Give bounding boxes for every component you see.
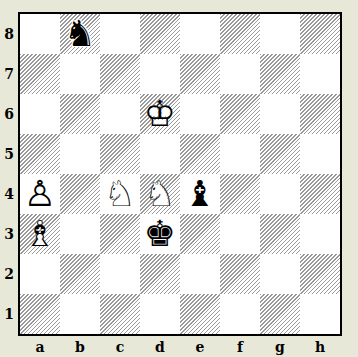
square-d1[interactable] (140, 294, 180, 334)
square-g8[interactable] (260, 14, 300, 54)
file-label-e: e (180, 337, 220, 357)
file-label-f: f (220, 337, 260, 357)
piece-white-king[interactable]: ♚♔ (140, 94, 180, 134)
file-label-b: b (60, 337, 100, 357)
square-a8[interactable] (20, 14, 60, 54)
piece-white-bishop[interactable]: ♝♗ (20, 214, 60, 254)
rank-label-1: 1 (0, 294, 18, 334)
square-a2[interactable] (20, 254, 60, 294)
rank-label-7: 7 (0, 54, 18, 94)
square-d7[interactable] (140, 54, 180, 94)
piece-glyph: ♘ (140, 174, 180, 214)
square-f7[interactable] (220, 54, 260, 94)
rank-label-3: 3 (0, 214, 18, 254)
square-e5[interactable] (180, 134, 220, 174)
square-a5[interactable] (20, 134, 60, 174)
piece-white-pawn[interactable]: ♟♙ (20, 174, 60, 214)
square-a3[interactable]: ♝♗ (20, 214, 60, 254)
chess-board: ♞♚♔♟♙♞♘♞♘♝♝♗♚ (18, 12, 342, 336)
square-c5[interactable] (100, 134, 140, 174)
square-f6[interactable] (220, 94, 260, 134)
square-d3[interactable]: ♚ (140, 214, 180, 254)
square-a4[interactable]: ♟♙ (20, 174, 60, 214)
square-b1[interactable] (60, 294, 100, 334)
piece-white-knight[interactable]: ♞♘ (140, 174, 180, 214)
square-a6[interactable] (20, 94, 60, 134)
square-g7[interactable] (260, 54, 300, 94)
square-g2[interactable] (260, 254, 300, 294)
piece-glyph: ♞ (60, 14, 100, 54)
square-c7[interactable] (100, 54, 140, 94)
square-b5[interactable] (60, 134, 100, 174)
square-c6[interactable] (100, 94, 140, 134)
square-h4[interactable] (300, 174, 340, 214)
piece-glyph: ♝ (180, 174, 220, 214)
rank-label-2: 2 (0, 254, 18, 294)
square-h6[interactable] (300, 94, 340, 134)
square-g6[interactable] (260, 94, 300, 134)
square-b8[interactable]: ♞ (60, 14, 100, 54)
square-h1[interactable] (300, 294, 340, 334)
square-b7[interactable] (60, 54, 100, 94)
file-labels: abcdefgh (20, 337, 340, 357)
piece-glyph: ♔ (140, 94, 180, 134)
square-c2[interactable] (100, 254, 140, 294)
square-e3[interactable] (180, 214, 220, 254)
square-e4[interactable]: ♝ (180, 174, 220, 214)
square-c3[interactable] (100, 214, 140, 254)
square-f1[interactable] (220, 294, 260, 334)
rank-label-5: 5 (0, 134, 18, 174)
piece-glyph: ♚ (140, 214, 180, 254)
rank-label-8: 8 (0, 14, 18, 54)
square-e8[interactable] (180, 14, 220, 54)
square-h7[interactable] (300, 54, 340, 94)
piece-white-knight[interactable]: ♞♘ (100, 174, 140, 214)
rank-label-4: 4 (0, 174, 18, 214)
square-a7[interactable] (20, 54, 60, 94)
square-d5[interactable] (140, 134, 180, 174)
piece-black-bishop[interactable]: ♝ (180, 174, 220, 214)
file-label-c: c (100, 337, 140, 357)
rank-label-6: 6 (0, 94, 18, 134)
square-h3[interactable] (300, 214, 340, 254)
square-d8[interactable] (140, 14, 180, 54)
square-f3[interactable] (220, 214, 260, 254)
file-label-g: g (260, 337, 300, 357)
piece-black-knight[interactable]: ♞ (60, 14, 100, 54)
piece-glyph: ♙ (20, 174, 60, 214)
piece-glyph: ♗ (20, 214, 60, 254)
square-f8[interactable] (220, 14, 260, 54)
piece-black-king[interactable]: ♚ (140, 214, 180, 254)
square-d4[interactable]: ♞♘ (140, 174, 180, 214)
square-f4[interactable] (220, 174, 260, 214)
square-d2[interactable] (140, 254, 180, 294)
square-c1[interactable] (100, 294, 140, 334)
square-h5[interactable] (300, 134, 340, 174)
square-b3[interactable] (60, 214, 100, 254)
square-g5[interactable] (260, 134, 300, 174)
square-b6[interactable] (60, 94, 100, 134)
square-e2[interactable] (180, 254, 220, 294)
square-d6[interactable]: ♚♔ (140, 94, 180, 134)
file-label-h: h (300, 337, 340, 357)
square-g4[interactable] (260, 174, 300, 214)
square-c4[interactable]: ♞♘ (100, 174, 140, 214)
file-label-a: a (20, 337, 60, 357)
square-e6[interactable] (180, 94, 220, 134)
square-h8[interactable] (300, 14, 340, 54)
square-g3[interactable] (260, 214, 300, 254)
square-h2[interactable] (300, 254, 340, 294)
square-e7[interactable] (180, 54, 220, 94)
square-b4[interactable] (60, 174, 100, 214)
square-e1[interactable] (180, 294, 220, 334)
chess-diagram-window: { "game": "chess", "position": "1n6/8/3K… (0, 0, 358, 357)
rank-labels: 87654321 (0, 14, 18, 334)
square-b2[interactable] (60, 254, 100, 294)
square-f2[interactable] (220, 254, 260, 294)
file-label-d: d (140, 337, 180, 357)
square-c8[interactable] (100, 14, 140, 54)
square-g1[interactable] (260, 294, 300, 334)
piece-glyph: ♘ (100, 174, 140, 214)
square-a1[interactable] (20, 294, 60, 334)
square-f5[interactable] (220, 134, 260, 174)
